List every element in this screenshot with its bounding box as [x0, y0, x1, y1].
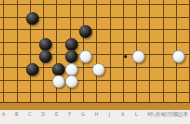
coordinate-label-G: G — [81, 111, 85, 117]
coordinate-label-D: D — [41, 111, 45, 117]
board-grid-vline — [189, 0, 190, 102]
board-grid-hline — [0, 92, 190, 93]
board-grid-hline — [0, 54, 190, 55]
coordinate-label-L: L — [135, 111, 138, 117]
black-stone-D4 — [39, 50, 52, 63]
coordinate-label-B: B — [15, 111, 18, 117]
coordinate-label-M: M — [147, 111, 151, 117]
coordinate-label-H: H — [94, 111, 98, 117]
board-grid-hline — [0, 42, 190, 43]
coordinate-label-O: O — [174, 111, 178, 117]
go-diagram: 头条 @围棋故事 ABCDEFGHJKLMNO — [0, 0, 190, 124]
coordinate-label-E: E — [55, 111, 58, 117]
black-stone-G6 — [79, 25, 92, 38]
board-grid-hline — [0, 29, 190, 30]
black-stone-F5 — [65, 38, 78, 51]
board-grid-hline — [0, 4, 190, 5]
white-stone-H3 — [92, 63, 105, 76]
black-stone-C3 — [26, 63, 39, 76]
board-grid-vline — [96, 0, 97, 102]
board-bottom-edge — [0, 102, 190, 110]
board-grid-vline — [17, 0, 18, 102]
white-stone-E2 — [52, 75, 65, 88]
coordinate-label-J: J — [109, 111, 110, 117]
board-grid-vline — [149, 0, 150, 102]
black-stone-F4 — [65, 50, 78, 63]
coordinate-label-C: C — [28, 111, 32, 117]
board-grid-vline — [3, 0, 4, 102]
board-grid-vline — [123, 0, 124, 102]
black-stone-D5 — [39, 38, 52, 51]
white-stone-F3 — [65, 63, 78, 76]
coordinate-label-K: K — [121, 111, 124, 117]
coordinate-label-N: N — [161, 111, 165, 117]
go-board — [0, 0, 190, 102]
board-grid-vline — [110, 0, 111, 102]
board-grid-vline — [163, 0, 164, 102]
coordinate-label-A: A — [2, 111, 5, 117]
black-stone-C7 — [26, 12, 39, 25]
white-stone-O4 — [172, 50, 185, 63]
white-stone-L4 — [132, 50, 145, 63]
star-point-icon — [124, 55, 127, 58]
black-stone-E3 — [52, 63, 65, 76]
white-stone-F2 — [65, 75, 78, 88]
coordinate-label-F: F — [68, 111, 71, 117]
board-grid-hline — [0, 80, 190, 81]
watermark-text: 头条 @围棋故事 — [150, 111, 188, 118]
white-stone-G4 — [79, 50, 92, 63]
